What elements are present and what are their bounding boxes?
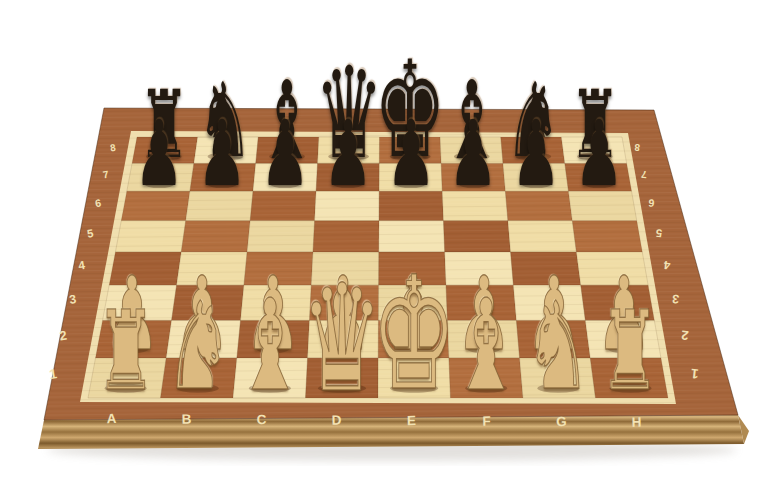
file-label-g: G (556, 414, 567, 429)
piece-shadow-c8 (269, 153, 305, 161)
piece-shadow-c2 (256, 344, 289, 353)
piece-shadow-e8 (390, 153, 431, 161)
piece-shadow-e1 (390, 384, 438, 393)
piece-shadow-b2 (186, 344, 219, 353)
piece-shadow-e2 (397, 344, 430, 353)
piece-shadow-d1 (318, 384, 366, 393)
piece-shadow-g7 (522, 180, 551, 188)
file-label-b: B (181, 412, 191, 427)
piece-shadow-d8 (328, 153, 369, 161)
piece-shadow-h2 (608, 344, 641, 353)
piece-shadow-d2 (327, 344, 360, 353)
piece-shadow-h8 (577, 153, 613, 161)
piece-shadow-f1 (465, 384, 507, 393)
piece-shadow-b1 (177, 384, 219, 393)
piece-shadow-d7 (333, 180, 362, 188)
piece-shadow-b7 (207, 180, 236, 188)
rank-label-right-5: 5 (655, 227, 662, 240)
chessboard-photo: ABCDEFGH8765432187654321 ♜♞♝♛♚♝♞♜♟♟♟♟♟♟♟… (0, 0, 775, 477)
piece-shadow-c7 (270, 180, 299, 188)
piece-shadow-f2 (467, 344, 500, 353)
piece-shadow-b8 (208, 153, 244, 161)
piece-shadow-g1 (537, 384, 579, 393)
file-label-c: C (256, 412, 266, 427)
file-label-a: A (106, 411, 116, 426)
piece-shadow-a8 (146, 153, 182, 161)
chess-board: ABCDEFGH8765432187654321 (0, 0, 775, 477)
piece-shadow-e7 (396, 180, 425, 188)
file-label-d: D (331, 413, 341, 428)
piece-shadow-a2 (116, 344, 149, 353)
piece-shadow-g8 (515, 153, 551, 161)
piece-shadow-a1 (105, 384, 147, 393)
piece-shadow-c1 (249, 384, 291, 393)
file-label-f: F (482, 414, 491, 429)
piece-shadow-a7 (145, 180, 174, 188)
piece-shadow-h7 (584, 180, 613, 188)
file-label-h: H (631, 415, 641, 430)
piece-shadow-f7 (459, 180, 488, 188)
piece-shadow-f8 (454, 153, 490, 161)
piece-shadow-g2 (538, 344, 571, 353)
piece-shadow-h1 (610, 384, 652, 393)
file-label-e: E (407, 413, 416, 428)
